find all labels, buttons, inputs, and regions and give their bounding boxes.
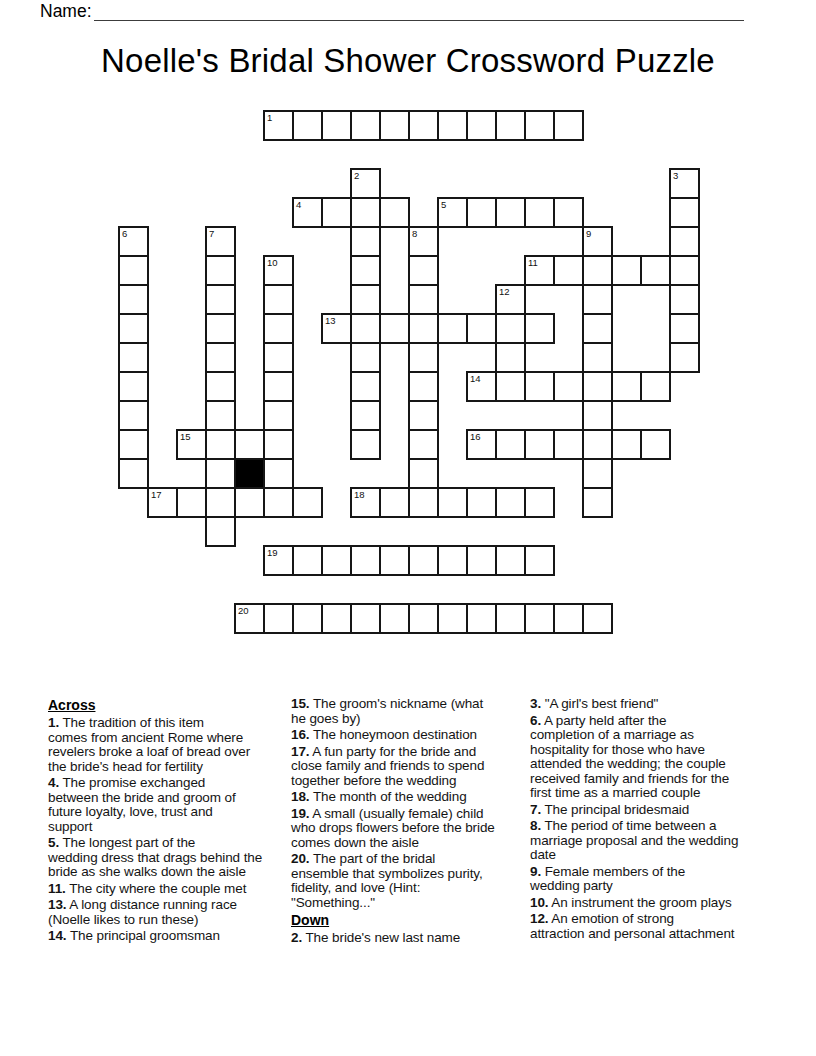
grid-cell[interactable]: 4 <box>292 197 323 228</box>
grid-cell[interactable] <box>466 197 497 228</box>
grid-cell[interactable]: 19 <box>263 545 294 576</box>
clue-number: 9 <box>586 228 591 239</box>
grid-cell[interactable]: 2 <box>350 168 381 199</box>
clue-8: 8. The period of time between a marriage… <box>530 819 786 863</box>
grid-cell[interactable] <box>350 197 381 228</box>
grid-cell[interactable]: 1 <box>263 110 294 141</box>
grid-cell[interactable] <box>495 197 526 228</box>
grid-cell[interactable] <box>118 371 149 402</box>
grid-cell[interactable] <box>263 603 294 634</box>
grid-cell[interactable] <box>118 313 149 344</box>
grid-cell[interactable] <box>524 429 555 460</box>
grid-cell[interactable] <box>582 371 613 402</box>
grid-cell[interactable] <box>263 313 294 344</box>
clue-number: 10 <box>267 257 278 268</box>
grid-cell[interactable] <box>495 429 526 460</box>
grid-cell[interactable] <box>408 110 439 141</box>
clue-number: 13 <box>325 315 336 326</box>
grid-cell[interactable] <box>495 545 526 576</box>
grid-cell[interactable] <box>669 313 700 344</box>
clue-4: 4. The promise exchanged between the bri… <box>48 776 300 834</box>
grid-cell[interactable] <box>495 313 526 344</box>
grid-cell[interactable] <box>582 400 613 431</box>
clue-19: 19. A small (usually female) child who d… <box>291 807 531 851</box>
page-title: Noelle's Bridal Shower Crossword Puzzle <box>0 42 816 80</box>
grid-cell[interactable] <box>176 487 207 518</box>
grid-cell[interactable] <box>582 487 613 518</box>
clue-number: 8 <box>412 228 417 239</box>
grid-cell[interactable]: 10 <box>263 255 294 286</box>
clue-number: 17 <box>151 489 162 500</box>
clue-number: 18 <box>354 489 365 500</box>
clue-number: 19 <box>267 547 278 558</box>
grid-cell[interactable] <box>495 110 526 141</box>
grid-cell[interactable] <box>263 284 294 315</box>
clue-15: 15. The groom's nickname (what he goes b… <box>291 697 531 726</box>
clue-10: 10. An instrument the groom plays <box>530 896 786 911</box>
grid-cell[interactable]: 17 <box>147 487 178 518</box>
grid-cell[interactable] <box>350 545 381 576</box>
grid-cell[interactable] <box>582 255 613 286</box>
grid-cell[interactable] <box>437 603 468 634</box>
clue-number: 5 <box>441 199 446 210</box>
clue-2: 2. The bride's new last name <box>291 931 531 946</box>
grid-cell[interactable]: 7 <box>205 226 236 257</box>
clue-1: 1. The tradition of this item comes from… <box>48 716 300 774</box>
grid-cell[interactable]: 8 <box>408 226 439 257</box>
grid-cell[interactable] <box>669 342 700 373</box>
grid-cell[interactable] <box>118 342 149 373</box>
grid-cell[interactable] <box>582 429 613 460</box>
grid-cell[interactable] <box>582 458 613 489</box>
grid-cell[interactable] <box>263 371 294 402</box>
grid-cell[interactable] <box>524 603 555 634</box>
clue-number: 4 <box>296 199 301 210</box>
grid-cell[interactable]: 12 <box>495 284 526 315</box>
clue-number: 15 <box>180 431 191 442</box>
grid-cell[interactable] <box>408 255 439 286</box>
grid-cell[interactable] <box>118 458 149 489</box>
grid-cell[interactable] <box>263 400 294 431</box>
grid-cell[interactable] <box>408 458 439 489</box>
clue-column-3: 3. "A girl's best friend"6. A party held… <box>530 697 786 943</box>
grid-cell[interactable] <box>408 400 439 431</box>
grid-cell[interactable] <box>379 545 410 576</box>
grid-cell[interactable] <box>408 603 439 634</box>
grid-cell[interactable] <box>524 313 555 344</box>
grid-cell[interactable] <box>292 603 323 634</box>
grid-cell[interactable] <box>640 371 671 402</box>
grid-cell[interactable] <box>379 487 410 518</box>
grid-cell[interactable] <box>292 487 323 518</box>
clue-number: 6 <box>122 228 127 239</box>
grid-cell[interactable] <box>350 371 381 402</box>
grid-cell[interactable]: 20 <box>234 603 265 634</box>
grid-cell[interactable] <box>408 487 439 518</box>
grid-cell[interactable] <box>263 429 294 460</box>
grid-cell[interactable] <box>350 313 381 344</box>
grid-cell[interactable] <box>553 603 584 634</box>
clue-11: 11. The city where the couple met <box>48 882 300 897</box>
clue-12: 12. An emotion of strong attraction and … <box>530 912 786 941</box>
grid-cell[interactable] <box>524 545 555 576</box>
grid-cell[interactable]: 5 <box>437 197 468 228</box>
grid-cell[interactable] <box>321 603 352 634</box>
grid-cell[interactable] <box>205 255 236 286</box>
grid-cell[interactable]: 15 <box>176 429 207 460</box>
clue-7: 7. The principal bridesmaid <box>530 803 786 818</box>
grid-cell[interactable] <box>263 487 294 518</box>
clue-13: 13. A long distance running race (Noelle… <box>48 898 300 927</box>
clue-9: 9. Female members of the wedding party <box>530 865 786 894</box>
grid-cell[interactable] <box>321 110 352 141</box>
grid-cell[interactable] <box>379 313 410 344</box>
clue-6: 6. A party held after the completion of … <box>530 714 786 801</box>
grid-cell[interactable] <box>205 371 236 402</box>
grid-cell[interactable] <box>669 226 700 257</box>
grid-cell[interactable] <box>582 603 613 634</box>
grid-cell[interactable] <box>582 313 613 344</box>
grid-cell[interactable] <box>321 545 352 576</box>
grid-cell[interactable] <box>437 545 468 576</box>
grid-cell[interactable] <box>350 400 381 431</box>
grid-cell[interactable] <box>408 429 439 460</box>
grid-cell[interactable] <box>640 255 671 286</box>
grid-cell[interactable] <box>292 545 323 576</box>
clue-5: 5. The longest part of the wedding dress… <box>48 836 300 880</box>
grid-cell[interactable] <box>437 487 468 518</box>
grid-cell[interactable] <box>553 110 584 141</box>
grid-cell[interactable]: 14 <box>466 371 497 402</box>
clue-number: 14 <box>470 373 481 384</box>
grid-cell[interactable] <box>495 603 526 634</box>
grid-cell[interactable] <box>466 313 497 344</box>
grid-cell[interactable] <box>350 255 381 286</box>
grid-cell[interactable] <box>408 313 439 344</box>
grid-cell[interactable] <box>582 284 613 315</box>
grid-cell[interactable] <box>205 429 236 460</box>
grid-cell[interactable] <box>437 313 468 344</box>
grid-cell[interactable]: 13 <box>321 313 352 344</box>
grid-cell[interactable] <box>234 429 265 460</box>
grid-cell[interactable]: 16 <box>466 429 497 460</box>
name-input-line[interactable] <box>94 4 744 21</box>
clue-3: 3. "A girl's best friend" <box>530 697 786 712</box>
clue-number: 12 <box>499 286 510 297</box>
grid-cell[interactable] <box>437 110 468 141</box>
grid-cell[interactable] <box>263 342 294 373</box>
grid-cell[interactable]: 18 <box>350 487 381 518</box>
clue-number: 1 <box>267 112 272 123</box>
grid-cell[interactable] <box>205 342 236 373</box>
grid-cell[interactable] <box>553 429 584 460</box>
grid-cell[interactable] <box>379 603 410 634</box>
clue-number: 20 <box>238 605 249 616</box>
grid-cell[interactable] <box>524 487 555 518</box>
grid-cell[interactable] <box>553 371 584 402</box>
grid-cell[interactable] <box>292 110 323 141</box>
grid-cell[interactable] <box>205 313 236 344</box>
grid-cell[interactable]: 3 <box>669 168 700 199</box>
grid-cell[interactable] <box>205 458 236 489</box>
clue-number: 7 <box>209 228 214 239</box>
clue-14: 14. The principal groomsman <box>48 929 300 944</box>
grid-cell[interactable] <box>669 255 700 286</box>
grid-cell[interactable] <box>582 342 613 373</box>
grid-cell[interactable] <box>234 487 265 518</box>
grid-cell[interactable] <box>408 342 439 373</box>
grid-cell[interactable] <box>350 284 381 315</box>
crossword-grid: 1234567891011121314151617181920 <box>118 110 702 636</box>
grid-cell[interactable] <box>118 429 149 460</box>
grid-cell[interactable] <box>495 371 526 402</box>
blocked-cell <box>234 458 265 489</box>
clues-heading-across: Across <box>48 697 300 713</box>
clue-18: 18. The month of the wedding <box>291 790 531 805</box>
clue-number: 11 <box>528 257 538 268</box>
page: Name: Noelle's Bridal Shower Crossword P… <box>0 0 816 1056</box>
grid-cell[interactable] <box>321 197 352 228</box>
grid-cell[interactable] <box>205 284 236 315</box>
grid-cell[interactable] <box>350 110 381 141</box>
grid-cell[interactable] <box>466 603 497 634</box>
grid-cell[interactable] <box>611 429 642 460</box>
grid-cell[interactable] <box>640 429 671 460</box>
grid-cell[interactable] <box>205 400 236 431</box>
grid-cell[interactable] <box>495 342 526 373</box>
grid-cell[interactable] <box>466 110 497 141</box>
grid-cell[interactable] <box>379 110 410 141</box>
grid-cell[interactable] <box>495 487 526 518</box>
clue-number: 3 <box>673 170 678 181</box>
clue-number: 16 <box>470 431 481 442</box>
grid-cell[interactable] <box>350 603 381 634</box>
grid-cell[interactable] <box>408 371 439 402</box>
grid-cell[interactable] <box>408 284 439 315</box>
grid-cell[interactable] <box>350 342 381 373</box>
grid-cell[interactable]: 6 <box>118 226 149 257</box>
grid-cell[interactable] <box>524 197 555 228</box>
clue-20: 20. The part of the bridal ensemble that… <box>291 852 531 910</box>
grid-cell[interactable] <box>379 197 410 228</box>
clue-16: 16. The honeymoon destination <box>291 728 531 743</box>
grid-cell[interactable] <box>263 458 294 489</box>
grid-cell[interactable] <box>524 110 555 141</box>
grid-cell[interactable]: 11 <box>524 255 555 286</box>
grid-cell[interactable] <box>466 487 497 518</box>
grid-cell[interactable] <box>118 284 149 315</box>
grid-cell[interactable] <box>118 255 149 286</box>
grid-cell[interactable] <box>205 516 236 547</box>
grid-cell[interactable] <box>350 226 381 257</box>
name-label: Name: <box>40 1 92 22</box>
grid-cell[interactable] <box>466 545 497 576</box>
grid-cell[interactable] <box>611 371 642 402</box>
grid-cell[interactable] <box>553 197 584 228</box>
grid-cell[interactable] <box>553 255 584 286</box>
grid-cell[interactable]: 9 <box>582 226 613 257</box>
grid-cell[interactable] <box>408 545 439 576</box>
grid-cell[interactable] <box>524 371 555 402</box>
clue-number: 2 <box>354 170 359 181</box>
grid-cell[interactable] <box>350 429 381 460</box>
grid-cell[interactable] <box>205 487 236 518</box>
clues-heading-down: Down <box>291 912 531 928</box>
clue-17: 17. A fun party for the bride and close … <box>291 745 531 789</box>
grid-cell[interactable] <box>611 255 642 286</box>
grid-cell[interactable] <box>669 284 700 315</box>
grid-cell[interactable] <box>669 197 700 228</box>
grid-cell[interactable] <box>118 400 149 431</box>
clue-column-1: Across1. The tradition of this item come… <box>48 697 300 946</box>
clue-column-2: 15. The groom's nickname (what he goes b… <box>291 697 531 948</box>
